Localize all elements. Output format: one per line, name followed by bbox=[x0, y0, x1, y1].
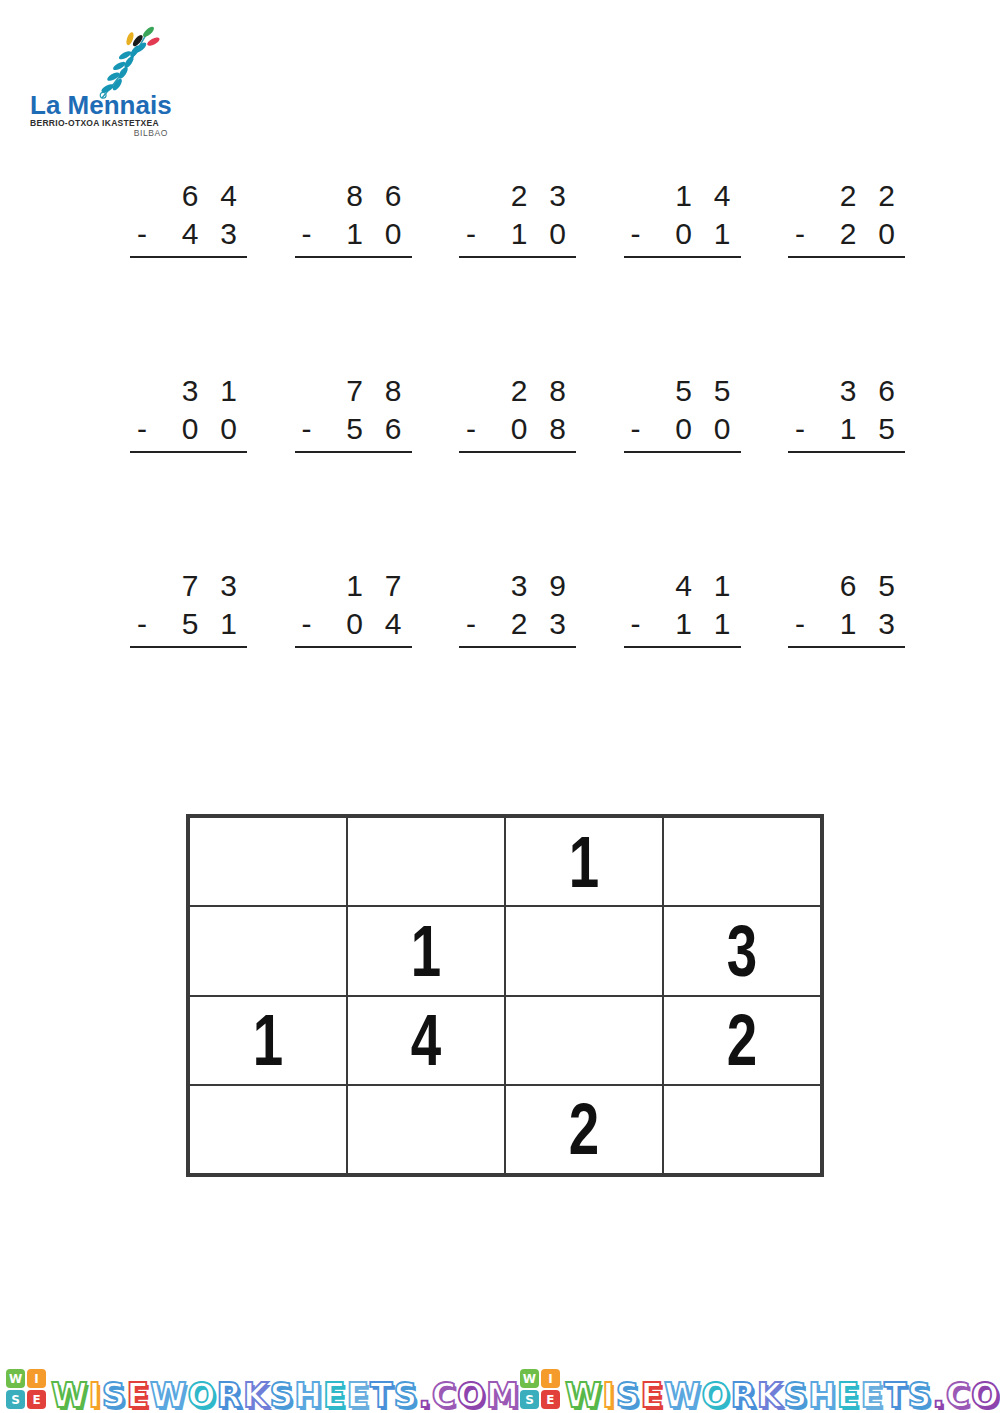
puzzle-cell-r4c1[interactable] bbox=[189, 1085, 347, 1174]
subtrahend-digit: 1 bbox=[346, 215, 363, 253]
minus-sign: - bbox=[137, 410, 147, 448]
wise-logo-square: S bbox=[520, 1390, 539, 1409]
wordmark-letter: C bbox=[946, 1376, 971, 1413]
wordmark-letter: E bbox=[640, 1376, 664, 1413]
subtrahend-digit: 6 bbox=[385, 410, 402, 448]
subtrahend-row: -04 bbox=[295, 605, 412, 648]
minuend: 39 bbox=[459, 567, 576, 605]
wordmark-letter: W bbox=[150, 1376, 187, 1413]
minus-sign: - bbox=[302, 605, 312, 643]
wordmark-letter: H bbox=[808, 1376, 837, 1413]
minuend-digit: 6 bbox=[385, 177, 402, 215]
subtrahend-row: -00 bbox=[130, 410, 247, 453]
puzzle-cell-r4c3: 2 bbox=[505, 1085, 663, 1174]
wise-logo-square: I bbox=[541, 1369, 560, 1388]
minuend: 86 bbox=[295, 177, 412, 215]
minuend-digit: 3 bbox=[549, 177, 566, 215]
wordmark-letter: E bbox=[837, 1376, 861, 1413]
worksheet-page: La Mennais BERRIO-OTXOA IKASTETXEA BILBA… bbox=[0, 0, 1000, 1413]
wiseworksheets-wordmark: WISEWORKSHEETS.COM bbox=[51, 1380, 520, 1411]
number-puzzle-grid: 1131422 bbox=[186, 814, 824, 1177]
subtrahend-digit: 3 bbox=[220, 215, 237, 253]
given-number: 2 bbox=[569, 1093, 599, 1165]
wise-logo-square: I bbox=[27, 1369, 46, 1388]
subtrahend: 00 bbox=[182, 410, 247, 448]
minuend-digit: 3 bbox=[840, 372, 857, 410]
answer-area[interactable] bbox=[459, 258, 576, 350]
subtraction-problem-r2c2: 78-56 bbox=[295, 372, 412, 545]
subtrahend-row: -13 bbox=[788, 605, 905, 648]
minuend-digit: 1 bbox=[675, 177, 692, 215]
subtrahend: 56 bbox=[346, 410, 411, 448]
wordmark-letter: I bbox=[88, 1376, 101, 1413]
wise-logo-icon: WISE bbox=[520, 1369, 560, 1409]
answer-area[interactable] bbox=[295, 258, 412, 350]
wordmark-letter: S bbox=[907, 1376, 932, 1413]
subtrahend-row: -20 bbox=[788, 215, 905, 258]
wordmark-letter: M bbox=[486, 1376, 520, 1413]
given-number: 3 bbox=[727, 915, 757, 987]
minuend-digit: 5 bbox=[675, 372, 692, 410]
subtrahend-digit: 5 bbox=[182, 605, 199, 643]
subtrahend: 15 bbox=[840, 410, 905, 448]
minuend-digit: 3 bbox=[220, 567, 237, 605]
subtraction-problem-r1c4: 14-01 bbox=[624, 177, 741, 350]
subtrahend: 11 bbox=[675, 605, 740, 643]
subtrahend-digit: 0 bbox=[549, 215, 566, 253]
minus-sign: - bbox=[466, 410, 476, 448]
answer-area[interactable] bbox=[459, 648, 576, 740]
problem-row-2: 31-0078-5628-0855-0036-15 bbox=[130, 372, 905, 545]
wise-logo-square: W bbox=[520, 1369, 539, 1388]
minus-sign: - bbox=[631, 605, 641, 643]
minuend-digit: 4 bbox=[714, 177, 731, 215]
wise-logo-square: E bbox=[541, 1390, 560, 1409]
puzzle-cell-r2c3[interactable] bbox=[505, 906, 663, 995]
subtrahend-row: -15 bbox=[788, 410, 905, 453]
minuend-digit: 2 bbox=[511, 177, 528, 215]
subtrahend-row: -00 bbox=[624, 410, 741, 453]
minus-sign: - bbox=[466, 215, 476, 253]
puzzle-cell-r1c3: 1 bbox=[505, 817, 663, 906]
subtraction-problem-r1c2: 86-10 bbox=[295, 177, 412, 350]
wise-logo-square: E bbox=[27, 1390, 46, 1409]
wordmark-letter: E bbox=[860, 1376, 884, 1413]
minus-sign: - bbox=[795, 215, 805, 253]
minus-sign: - bbox=[631, 410, 641, 448]
puzzle-cell-r2c4: 3 bbox=[663, 906, 821, 995]
wordmark-letter: I bbox=[602, 1376, 615, 1413]
subtrahend-digit: 0 bbox=[878, 215, 895, 253]
wise-logo-icon: WISE bbox=[6, 1369, 46, 1409]
subtraction-problem-r2c1: 31-00 bbox=[130, 372, 247, 545]
subtrahend: 13 bbox=[840, 605, 905, 643]
minuend-digit: 1 bbox=[714, 567, 731, 605]
minuend-digit: 5 bbox=[714, 372, 731, 410]
given-number: 1 bbox=[411, 915, 441, 987]
minuend: 36 bbox=[788, 372, 905, 410]
subtrahend-row: -10 bbox=[295, 215, 412, 258]
answer-area[interactable] bbox=[624, 258, 741, 350]
given-number: 1 bbox=[253, 1004, 283, 1076]
subtrahend: 43 bbox=[182, 215, 247, 253]
puzzle-cell-r1c2[interactable] bbox=[347, 817, 505, 906]
subtrahend-digit: 0 bbox=[511, 410, 528, 448]
minuend: 65 bbox=[788, 567, 905, 605]
answer-area[interactable] bbox=[459, 453, 576, 545]
minuend: 22 bbox=[788, 177, 905, 215]
minuend-digit: 2 bbox=[511, 372, 528, 410]
puzzle-cell-r3c3[interactable] bbox=[505, 996, 663, 1085]
subtrahend-digit: 1 bbox=[220, 605, 237, 643]
subtrahend: 10 bbox=[346, 215, 411, 253]
given-number: 1 bbox=[569, 826, 599, 898]
subtraction-problem-r2c3: 28-08 bbox=[459, 372, 576, 545]
puzzle-cell-r1c1[interactable] bbox=[189, 817, 347, 906]
problem-row-1: 64-4386-1023-1014-0122-20 bbox=[130, 177, 905, 350]
wordmark-letter: W bbox=[565, 1376, 602, 1413]
subtrahend-digit: 1 bbox=[840, 605, 857, 643]
subtrahend-digit: 1 bbox=[840, 410, 857, 448]
subtraction-problem-r1c3: 23-10 bbox=[459, 177, 576, 350]
wiseworksheets-brand-2: WISEWISEWORKSHEETS.COM bbox=[520, 1369, 1000, 1411]
minuend-digit: 8 bbox=[385, 372, 402, 410]
subtraction-problem-r1c5: 22-20 bbox=[788, 177, 905, 350]
answer-area[interactable] bbox=[130, 648, 247, 740]
subtraction-problem-r3c5: 65-13 bbox=[788, 567, 905, 740]
subtrahend-digit: 3 bbox=[878, 605, 895, 643]
subtrahend-digit: 0 bbox=[346, 605, 363, 643]
puzzle-cell-r1c4[interactable] bbox=[663, 817, 821, 906]
wordmark-letter: C bbox=[432, 1376, 457, 1413]
wordmark-letter: W bbox=[51, 1376, 88, 1413]
footer-watermark: WISEWISEWORKSHEETS.COMWISEWISEWORKSHEETS… bbox=[0, 1361, 1000, 1411]
puzzle-cell-r2c2: 1 bbox=[347, 906, 505, 995]
subtrahend-digit: 3 bbox=[549, 605, 566, 643]
minuend: 14 bbox=[624, 177, 741, 215]
given-number: 2 bbox=[727, 1004, 757, 1076]
minuend: 41 bbox=[624, 567, 741, 605]
wordmark-letter: O bbox=[971, 1376, 1000, 1413]
subtrahend-digit: 5 bbox=[346, 410, 363, 448]
minuend-digit: 4 bbox=[675, 567, 692, 605]
minuend: 17 bbox=[295, 567, 412, 605]
minuend-digit: 7 bbox=[182, 567, 199, 605]
wordmark-letter: R bbox=[216, 1376, 242, 1413]
subtrahend: 01 bbox=[675, 215, 740, 253]
subtrahend-digit: 5 bbox=[878, 410, 895, 448]
minus-sign: - bbox=[795, 410, 805, 448]
wiseworksheets-brand-1: WISEWISEWORKSHEETS.COM bbox=[6, 1369, 520, 1411]
subtrahend: 51 bbox=[182, 605, 247, 643]
subtrahend-digit: 0 bbox=[385, 215, 402, 253]
answer-area[interactable] bbox=[624, 453, 741, 545]
wordmark-letter: S bbox=[616, 1376, 641, 1413]
minuend-digit: 3 bbox=[511, 567, 528, 605]
minuend-digit: 2 bbox=[878, 177, 895, 215]
subtrahend-row: -01 bbox=[624, 215, 741, 258]
answer-area[interactable] bbox=[130, 453, 247, 545]
minus-sign: - bbox=[631, 215, 641, 253]
wordmark-letter: O bbox=[187, 1376, 216, 1413]
subtrahend-row: -08 bbox=[459, 410, 576, 453]
subtrahend-row: -43 bbox=[130, 215, 247, 258]
subtrahend-digit: 1 bbox=[675, 605, 692, 643]
answer-area[interactable] bbox=[624, 648, 741, 740]
puzzle-cell-r2c1[interactable] bbox=[189, 906, 347, 995]
subtrahend: 08 bbox=[511, 410, 576, 448]
minuend-digit: 6 bbox=[878, 372, 895, 410]
subtrahend-row: -10 bbox=[459, 215, 576, 258]
minuend-digit: 7 bbox=[346, 372, 363, 410]
subtrahend: 20 bbox=[840, 215, 905, 253]
subtrahend-row: -56 bbox=[295, 410, 412, 453]
minuend: 78 bbox=[295, 372, 412, 410]
wiseworksheets-wordmark: WISEWORKSHEETS.COM bbox=[565, 1380, 1000, 1411]
minuend-digit: 8 bbox=[346, 177, 363, 215]
wordmark-letter: S bbox=[269, 1376, 294, 1413]
wordmark-letter: S bbox=[102, 1376, 127, 1413]
subtrahend-row: -51 bbox=[130, 605, 247, 648]
minuend-digit: 4 bbox=[220, 177, 237, 215]
puzzle-cell-r3c1: 1 bbox=[189, 996, 347, 1085]
puzzle-cell-r3c2: 4 bbox=[347, 996, 505, 1085]
subtraction-problem-r3c2: 17-04 bbox=[295, 567, 412, 740]
minuend: 28 bbox=[459, 372, 576, 410]
problem-row-3: 73-5117-0439-2341-1165-13 bbox=[130, 567, 905, 740]
minuend: 23 bbox=[459, 177, 576, 215]
minuend-digit: 1 bbox=[346, 567, 363, 605]
subtrahend: 10 bbox=[511, 215, 576, 253]
wordmark-letter: S bbox=[783, 1376, 808, 1413]
answer-area[interactable] bbox=[788, 258, 905, 350]
wise-logo-square: S bbox=[6, 1390, 25, 1409]
answer-area[interactable] bbox=[295, 648, 412, 740]
wordmark-letter: . bbox=[932, 1376, 946, 1413]
wordmark-letter: . bbox=[418, 1376, 432, 1413]
given-number: 4 bbox=[411, 1004, 441, 1076]
puzzle-cell-r4c4[interactable] bbox=[663, 1085, 821, 1174]
answer-area[interactable] bbox=[130, 258, 247, 350]
subtrahend: 00 bbox=[675, 410, 740, 448]
subtrahend-digit: 4 bbox=[182, 215, 199, 253]
answer-area[interactable] bbox=[788, 648, 905, 740]
wordmark-letter: E bbox=[126, 1376, 150, 1413]
minus-sign: - bbox=[137, 215, 147, 253]
minuend-digit: 6 bbox=[840, 567, 857, 605]
puzzle-cell-r3c4: 2 bbox=[663, 996, 821, 1085]
subtrahend-digit: 1 bbox=[714, 605, 731, 643]
subtraction-problem-r2c5: 36-15 bbox=[788, 372, 905, 545]
minuend-digit: 8 bbox=[549, 372, 566, 410]
subtraction-problem-r3c4: 41-11 bbox=[624, 567, 741, 740]
subtrahend-digit: 0 bbox=[220, 410, 237, 448]
minuend-digit: 1 bbox=[220, 372, 237, 410]
subtrahend-digit: 1 bbox=[714, 215, 731, 253]
wordmark-letter: O bbox=[457, 1376, 486, 1413]
subtrahend-digit: 2 bbox=[511, 605, 528, 643]
subtrahend-digit: 0 bbox=[714, 410, 731, 448]
wordmark-letter: R bbox=[730, 1376, 756, 1413]
subtraction-problem-r1c1: 64-43 bbox=[130, 177, 247, 350]
minus-sign: - bbox=[137, 605, 147, 643]
wise-logo-square: W bbox=[6, 1369, 25, 1388]
subtrahend-digit: 0 bbox=[675, 215, 692, 253]
wordmark-letter: T bbox=[884, 1376, 908, 1413]
minuend-digit: 5 bbox=[878, 567, 895, 605]
subtraction-problems-section: 64-4386-1023-1014-0122-2031-0078-5628-08… bbox=[0, 0, 1000, 700]
minuend-digit: 3 bbox=[182, 372, 199, 410]
minuend-digit: 7 bbox=[385, 567, 402, 605]
subtrahend-digit: 1 bbox=[511, 215, 528, 253]
answer-area[interactable] bbox=[788, 453, 905, 545]
wordmark-letter: E bbox=[323, 1376, 347, 1413]
wordmark-letter: E bbox=[346, 1376, 370, 1413]
wordmark-letter: W bbox=[664, 1376, 701, 1413]
subtrahend-digit: 0 bbox=[675, 410, 692, 448]
answer-area[interactable] bbox=[295, 453, 412, 545]
subtrahend-digit: 2 bbox=[840, 215, 857, 253]
wordmark-letter: T bbox=[370, 1376, 394, 1413]
minus-sign: - bbox=[466, 605, 476, 643]
puzzle-cell-r4c2[interactable] bbox=[347, 1085, 505, 1174]
minuend-digit: 9 bbox=[549, 567, 566, 605]
minuend-digit: 6 bbox=[182, 177, 199, 215]
subtrahend-digit: 8 bbox=[549, 410, 566, 448]
wordmark-letter: H bbox=[294, 1376, 323, 1413]
subtrahend-digit: 0 bbox=[182, 410, 199, 448]
wordmark-letter: S bbox=[394, 1376, 419, 1413]
minuend: 55 bbox=[624, 372, 741, 410]
wordmark-letter: K bbox=[243, 1376, 270, 1413]
subtrahend: 04 bbox=[346, 605, 411, 643]
wordmark-letter: K bbox=[757, 1376, 784, 1413]
subtrahend-digit: 4 bbox=[385, 605, 402, 643]
subtrahend-row: -11 bbox=[624, 605, 741, 648]
minuend-digit: 2 bbox=[840, 177, 857, 215]
minuend: 73 bbox=[130, 567, 247, 605]
minus-sign: - bbox=[795, 605, 805, 643]
subtraction-problem-r2c4: 55-00 bbox=[624, 372, 741, 545]
subtrahend: 23 bbox=[511, 605, 576, 643]
wordmark-letter: O bbox=[701, 1376, 730, 1413]
subtrahend-row: -23 bbox=[459, 605, 576, 648]
subtraction-problem-r3c3: 39-23 bbox=[459, 567, 576, 740]
minuend: 31 bbox=[130, 372, 247, 410]
subtraction-problem-r3c1: 73-51 bbox=[130, 567, 247, 740]
minuend: 64 bbox=[130, 177, 247, 215]
minus-sign: - bbox=[302, 215, 312, 253]
minus-sign: - bbox=[302, 410, 312, 448]
